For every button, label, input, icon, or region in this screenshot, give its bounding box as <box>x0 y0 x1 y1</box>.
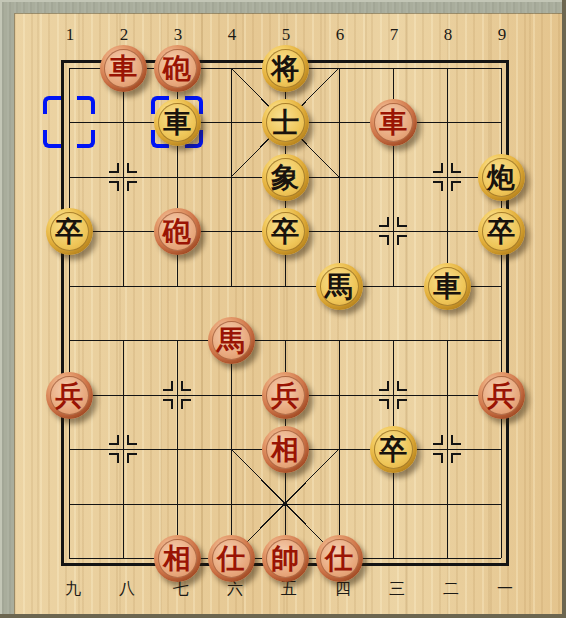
piece-face: 卒 <box>374 430 413 469</box>
piece-character: 卒 <box>271 213 299 250</box>
piece-red-chariot[interactable]: 車 <box>100 45 147 92</box>
bracket-corner-icon <box>77 130 95 148</box>
piece-face: 馬 <box>212 321 251 360</box>
piece-character: 砲 <box>163 213 191 250</box>
file-label-top-1: 1 <box>57 26 83 44</box>
piece-face: 車 <box>428 267 467 306</box>
last-move-from-marker <box>43 96 95 148</box>
file-label-bottom-7: 三 <box>384 580 410 598</box>
piece-black-chariot[interactable]: 車 <box>424 263 471 310</box>
file-label-bottom-8: 二 <box>438 580 464 598</box>
file-label-bottom-5: 五 <box>276 580 302 598</box>
frame-highlight-left <box>0 0 2 618</box>
piece-character: 兵 <box>271 377 299 414</box>
piece-character: 仕 <box>217 540 245 577</box>
piece-character: 相 <box>271 431 299 468</box>
piece-black-pawn[interactable]: 卒 <box>46 208 93 255</box>
bracket-corner-icon <box>43 96 61 114</box>
piece-red-pawn[interactable]: 兵 <box>46 372 93 419</box>
frame-shadow-bottom <box>0 614 566 618</box>
piece-face: 馬 <box>320 267 359 306</box>
piece-red-cannon[interactable]: 砲 <box>154 208 201 255</box>
piece-black-cannon[interactable]: 炮 <box>478 154 525 201</box>
piece-red-elephant[interactable]: 相 <box>262 426 309 473</box>
bracket-corner-icon <box>77 96 95 114</box>
piece-character: 兵 <box>487 377 515 414</box>
piece-red-horse[interactable]: 馬 <box>208 317 255 364</box>
piece-face: 仕 <box>320 539 359 578</box>
frame-highlight-top <box>0 0 566 2</box>
piece-black-pawn[interactable]: 卒 <box>478 208 525 255</box>
piece-face: 車 <box>158 103 197 142</box>
piece-black-elephant[interactable]: 象 <box>262 154 309 201</box>
file-label-bottom-3: 七 <box>168 580 194 598</box>
piece-character: 仕 <box>325 540 353 577</box>
piece-face: 砲 <box>158 212 197 251</box>
file-label-top-8: 8 <box>435 26 461 44</box>
piece-face: 炮 <box>482 158 521 197</box>
piece-face: 兵 <box>50 376 89 415</box>
piece-face: 車 <box>104 49 143 88</box>
piece-face: 卒 <box>50 212 89 251</box>
piece-character: 象 <box>271 159 299 196</box>
piece-character: 車 <box>433 268 461 305</box>
piece-character: 馬 <box>325 268 353 305</box>
piece-face: 車 <box>374 103 413 142</box>
piece-character: 卒 <box>487 213 515 250</box>
piece-face: 兵 <box>482 376 521 415</box>
file-label-bottom-1: 九 <box>60 580 86 598</box>
piece-character: 炮 <box>487 159 515 196</box>
piece-face: 帥 <box>266 539 305 578</box>
piece-character: 士 <box>271 104 299 141</box>
piece-character: 相 <box>163 540 191 577</box>
bracket-corner-icon <box>43 130 61 148</box>
piece-character: 兵 <box>55 377 83 414</box>
piece-character: 将 <box>271 50 299 87</box>
file-label-top-4: 4 <box>219 26 245 44</box>
xiangqi-app-window: 123456789 九八七六五四三二一 車砲車砲馬兵兵兵相相仕帥仕将車士象炮卒卒… <box>0 0 566 618</box>
piece-face: 卒 <box>482 212 521 251</box>
file-label-top-3: 3 <box>165 26 191 44</box>
piece-red-king[interactable]: 帥 <box>262 535 309 582</box>
piece-face: 象 <box>266 158 305 197</box>
piece-black-pawn[interactable]: 卒 <box>370 426 417 473</box>
piece-character: 卒 <box>379 431 407 468</box>
file-label-top-9: 9 <box>489 26 515 44</box>
piece-face: 卒 <box>266 212 305 251</box>
piece-red-cannon[interactable]: 砲 <box>154 45 201 92</box>
file-label-top-2: 2 <box>111 26 137 44</box>
frame-shadow-right <box>562 0 566 618</box>
piece-face: 相 <box>158 539 197 578</box>
board-lines <box>0 0 566 618</box>
file-label-bottom-9: 一 <box>492 580 518 598</box>
piece-red-pawn[interactable]: 兵 <box>478 372 525 419</box>
piece-red-chariot[interactable]: 車 <box>370 99 417 146</box>
piece-red-elephant[interactable]: 相 <box>154 535 201 582</box>
piece-character: 車 <box>109 50 137 87</box>
piece-character: 砲 <box>163 50 191 87</box>
piece-character: 帥 <box>271 540 299 577</box>
file-label-top-6: 6 <box>327 26 353 44</box>
board-grid <box>0 0 566 618</box>
file-label-bottom-6: 四 <box>330 580 356 598</box>
piece-character: 車 <box>163 104 191 141</box>
file-label-top-7: 7 <box>381 26 407 44</box>
file-label-bottom-2: 八 <box>114 580 140 598</box>
piece-red-pawn[interactable]: 兵 <box>262 372 309 419</box>
piece-black-horse[interactable]: 馬 <box>316 263 363 310</box>
piece-black-pawn[interactable]: 卒 <box>262 208 309 255</box>
piece-black-general[interactable]: 将 <box>262 45 309 92</box>
piece-red-advisor[interactable]: 仕 <box>316 535 363 582</box>
piece-red-advisor[interactable]: 仕 <box>208 535 255 582</box>
piece-face: 相 <box>266 430 305 469</box>
piece-character: 馬 <box>217 322 245 359</box>
piece-face: 将 <box>266 49 305 88</box>
file-label-top-5: 5 <box>273 26 299 44</box>
piece-face: 仕 <box>212 539 251 578</box>
piece-black-advisor[interactable]: 士 <box>262 99 309 146</box>
piece-black-chariot[interactable]: 車 <box>154 99 201 146</box>
piece-face: 砲 <box>158 49 197 88</box>
piece-character: 車 <box>379 104 407 141</box>
piece-character: 卒 <box>55 213 83 250</box>
file-label-bottom-4: 六 <box>222 580 248 598</box>
piece-face: 兵 <box>266 376 305 415</box>
piece-face: 士 <box>266 103 305 142</box>
